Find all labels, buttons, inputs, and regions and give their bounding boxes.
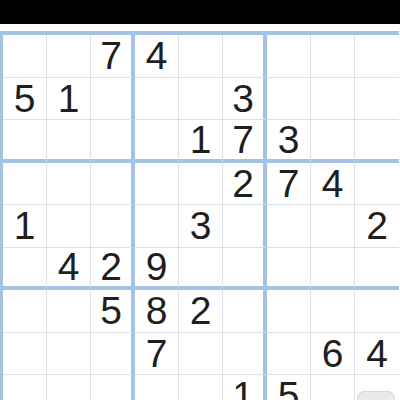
cell-r1c6[interactable] (223, 35, 267, 78)
given-digit: 7 (278, 164, 300, 203)
cell-r2c3[interactable] (91, 78, 135, 121)
cell-r7c3[interactable]: 5 (91, 290, 135, 333)
given-digit: 3 (232, 79, 254, 118)
cell-r6c8[interactable] (311, 248, 355, 291)
cell-r7c8[interactable] (311, 290, 355, 333)
given-digit: 7 (146, 334, 168, 373)
cell-r4c5[interactable] (179, 163, 223, 206)
cell-r4c9[interactable] (355, 163, 399, 206)
given-digit: 5 (278, 376, 300, 400)
sudoku-board: 7451317327413242958276415 (0, 31, 399, 400)
cell-r8c8[interactable]: 6 (311, 333, 355, 376)
cell-r2c7[interactable] (267, 78, 311, 121)
cell-r1c5[interactable] (179, 35, 223, 78)
cell-r7c7[interactable] (267, 290, 311, 333)
given-digit: 1 (14, 206, 36, 245)
cell-r9c7[interactable]: 5 (267, 375, 311, 400)
given-digit: 7 (232, 120, 254, 159)
cell-r4c4[interactable] (135, 163, 179, 206)
cell-r1c1[interactable] (3, 35, 47, 78)
cell-r3c9[interactable] (355, 120, 399, 163)
cell-r8c1[interactable] (3, 333, 47, 376)
cell-r1c2[interactable] (47, 35, 91, 78)
cell-r6c1[interactable] (3, 248, 47, 291)
given-digit: 2 (232, 164, 254, 203)
cell-r3c5[interactable]: 1 (179, 120, 223, 163)
given-digit: 4 (146, 36, 168, 75)
given-digit: 6 (322, 334, 344, 373)
cell-r5c5[interactable]: 3 (179, 205, 223, 248)
cell-r8c6[interactable] (223, 333, 267, 376)
cell-r3c8[interactable] (311, 120, 355, 163)
cell-r3c3[interactable] (91, 120, 135, 163)
cell-r4c2[interactable] (47, 163, 91, 206)
cell-r5c4[interactable] (135, 205, 179, 248)
given-digit: 1 (58, 79, 80, 118)
cell-r2c9[interactable] (355, 78, 399, 121)
cell-r6c4[interactable]: 9 (135, 248, 179, 291)
cell-r1c9[interactable] (355, 35, 399, 78)
cell-r7c9[interactable] (355, 290, 399, 333)
given-digit: 8 (146, 291, 168, 330)
cell-r6c2[interactable]: 4 (47, 248, 91, 291)
cell-r1c4[interactable]: 4 (135, 35, 179, 78)
given-digit: 3 (190, 206, 212, 245)
cell-r7c1[interactable] (3, 290, 47, 333)
cell-r5c7[interactable] (267, 205, 311, 248)
cell-r5c6[interactable] (223, 205, 267, 248)
cell-r7c4[interactable]: 8 (135, 290, 179, 333)
watermark-badge (357, 391, 395, 400)
cell-r3c6[interactable]: 7 (223, 120, 267, 163)
given-digit: 2 (190, 291, 212, 330)
cell-r3c7[interactable]: 3 (267, 120, 311, 163)
cell-r5c8[interactable] (311, 205, 355, 248)
cell-r6c9[interactable] (355, 248, 399, 291)
cell-r4c1[interactable] (3, 163, 47, 206)
cell-r4c6[interactable]: 2 (223, 163, 267, 206)
cell-r3c4[interactable] (135, 120, 179, 163)
given-digit: 1 (190, 120, 212, 159)
cell-r8c4[interactable]: 7 (135, 333, 179, 376)
cell-r1c8[interactable] (311, 35, 355, 78)
cell-r3c1[interactable] (3, 120, 47, 163)
cell-r9c4[interactable] (135, 375, 179, 400)
given-digit: 7 (100, 36, 122, 75)
cell-r5c1[interactable]: 1 (3, 205, 47, 248)
cell-r5c9[interactable]: 2 (355, 205, 399, 248)
cell-r7c6[interactable] (223, 290, 267, 333)
cell-r1c7[interactable] (267, 35, 311, 78)
cell-r9c8[interactable] (311, 375, 355, 400)
cell-r4c3[interactable] (91, 163, 135, 206)
cell-r8c7[interactable] (267, 333, 311, 376)
cell-r9c1[interactable] (3, 375, 47, 400)
cell-r8c2[interactable] (47, 333, 91, 376)
cell-r2c8[interactable] (311, 78, 355, 121)
cell-r9c6[interactable]: 1 (223, 375, 267, 400)
given-digit: 3 (278, 120, 300, 159)
cell-r3c2[interactable] (47, 120, 91, 163)
given-digit: 1 (232, 376, 254, 400)
cell-r6c3[interactable]: 2 (91, 248, 135, 291)
given-digit: 2 (366, 206, 388, 245)
cell-r9c5[interactable] (179, 375, 223, 400)
cell-r5c2[interactable] (47, 205, 91, 248)
given-digit: 4 (322, 164, 344, 203)
cell-r2c5[interactable] (179, 78, 223, 121)
given-digit: 5 (14, 79, 36, 118)
given-digit: 4 (366, 334, 388, 373)
given-digit: 5 (100, 291, 122, 330)
given-digit: 4 (58, 247, 80, 286)
cell-r7c2[interactable] (47, 290, 91, 333)
cell-r9c3[interactable] (91, 375, 135, 400)
cell-r6c7[interactable] (267, 248, 311, 291)
cell-r7c5[interactable]: 2 (179, 290, 223, 333)
cell-r6c6[interactable] (223, 248, 267, 291)
top-black-bar (0, 0, 400, 24)
given-digit: 2 (100, 247, 122, 286)
cell-r4c8[interactable]: 4 (311, 163, 355, 206)
cell-r4c7[interactable]: 7 (267, 163, 311, 206)
given-digit: 9 (146, 247, 168, 286)
cell-r8c5[interactable] (179, 333, 223, 376)
cell-r5c3[interactable] (91, 205, 135, 248)
cell-r9c2[interactable] (47, 375, 91, 400)
cell-r6c5[interactable] (179, 248, 223, 291)
cell-r2c1[interactable]: 5 (3, 78, 47, 121)
cell-r8c3[interactable] (91, 333, 135, 376)
cell-r2c4[interactable] (135, 78, 179, 121)
cell-r1c3[interactable]: 7 (91, 35, 135, 78)
cell-r8c9[interactable]: 4 (355, 333, 399, 376)
cell-r2c6[interactable]: 3 (223, 78, 267, 121)
cell-r2c2[interactable]: 1 (47, 78, 91, 121)
